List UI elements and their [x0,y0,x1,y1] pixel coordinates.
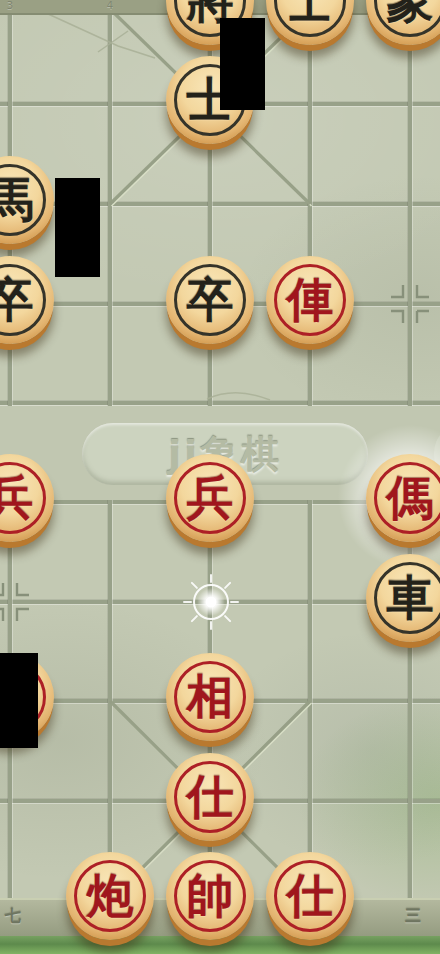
piece-glyph: 相 [166,653,254,741]
piece-glyph: 兵 [166,454,254,542]
redaction-rect [220,18,265,110]
piece-red-chariot[interactable]: 俥 [266,256,354,344]
piece-black-elephant-1[interactable]: 象 [366,0,440,45]
piece-glyph: 帥 [166,852,254,940]
piece-glyph: 馬 [0,156,54,244]
piece-glyph: 卒 [166,256,254,344]
piece-red-elephant[interactable]: 相 [166,653,254,741]
piece-glyph: 兵 [0,454,54,542]
piece-glyph: 車 [366,554,440,642]
piece-red-pawn-1[interactable]: 兵 [0,454,54,542]
move-target-reticle [181,572,241,632]
bottom-file-label: 三 [393,906,433,927]
piece-glyph: 仕 [166,753,254,841]
piece-red-advisor-1[interactable]: 仕 [166,753,254,841]
piece-black-pawn-2[interactable]: 卒 [166,256,254,344]
piece-glyph: 仕 [266,852,354,940]
top-file-label: 4 [98,0,122,12]
piece-glyph: 象 [366,0,440,45]
piece-black-horse[interactable]: 馬 [0,156,54,244]
piece-black-chariot[interactable]: 車 [366,554,440,642]
piece-red-pawn-2[interactable]: 兵 [166,454,254,542]
piece-red-general[interactable]: 帥 [166,852,254,940]
redaction-rect [55,178,100,277]
piece-glyph: 傌 [366,454,440,542]
piece-black-pawn-1[interactable]: 卒 [0,256,54,344]
piece-red-advisor-2[interactable]: 仕 [266,852,354,940]
xiangqi-board[interactable]: jj象棋 34567 七六五四三 將士象士馬卒卒俥兵兵傌車相仕炮帥仕 [0,0,440,954]
rank-line [0,401,440,405]
piece-red-horse[interactable]: 傌 [366,454,440,542]
piece-red-cannon[interactable]: 炮 [66,852,154,940]
piece-glyph: 卒 [0,256,54,344]
piece-glyph: 炮 [66,852,154,940]
bottom-file-label: 七 [0,906,33,927]
piece-black-advisor-1[interactable]: 士 [266,0,354,45]
piece-glyph: 士 [266,0,354,45]
piece-glyph: 俥 [266,256,354,344]
top-file-label: 3 [0,0,22,12]
redaction-rect [0,653,38,748]
